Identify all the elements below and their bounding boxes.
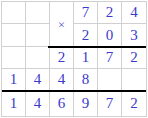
- empty-cell-r3c2: [26, 47, 50, 69]
- total-rule-line: [2, 90, 146, 92]
- digit-cell-r1c5: 2: [98, 2, 122, 24]
- multiply-operator: ×: [50, 2, 74, 47]
- empty-cell-r4c6: [122, 69, 146, 91]
- empty-cell-r3c1: [2, 47, 26, 69]
- digit-cell-r3c4: 1: [74, 47, 98, 69]
- digit-cell-r2c4: 2: [74, 24, 98, 47]
- empty-cell-r1c2: [26, 2, 50, 24]
- digit-cell-r4c4: 8: [74, 69, 98, 91]
- digit-cell-r5c6: 2: [122, 91, 146, 116]
- digit-cell-r1c4: 7: [74, 2, 98, 24]
- digit-cell-r5c2: 4: [26, 91, 50, 116]
- empty-cell-r2c2: [26, 24, 50, 47]
- digit-cell-r2c6: 3: [122, 24, 146, 47]
- empty-cell-r2c1: [2, 24, 26, 47]
- digit-cell-r5c4: 9: [74, 91, 98, 116]
- digit-cell-r3c3: 2: [50, 47, 74, 69]
- empty-cell-r1c1: [2, 2, 26, 24]
- digit-cell-r4c2: 4: [26, 69, 50, 91]
- multiplication-grid: ×72420321721448146972: [1, 1, 147, 117]
- digit-cell-r3c6: 2: [122, 47, 146, 69]
- digit-cell-r4c3: 4: [50, 69, 74, 91]
- digit-cell-r4c1: 1: [2, 69, 26, 91]
- digit-cell-r3c5: 7: [98, 47, 122, 69]
- digit-cell-r2c5: 0: [98, 24, 122, 47]
- multiplication-rule-line: [48, 46, 146, 48]
- empty-cell-r4c5: [98, 69, 122, 91]
- digit-cell-r5c1: 1: [2, 91, 26, 116]
- multiplication-worksheet: ×72420321721448146972: [0, 0, 148, 118]
- digit-cell-r5c3: 6: [50, 91, 74, 116]
- digit-cell-r1c6: 4: [122, 2, 146, 24]
- digit-cell-r5c5: 7: [98, 91, 122, 116]
